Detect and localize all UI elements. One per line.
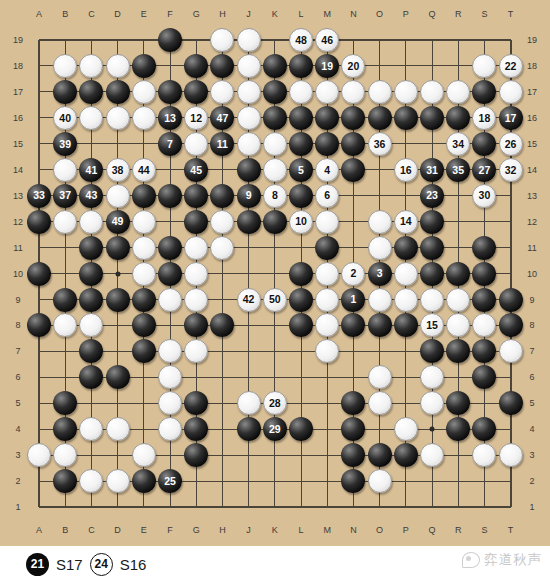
- stone-white-A3: [27, 443, 51, 467]
- stone-black-H8: [210, 313, 234, 337]
- stone-white-R8: [446, 313, 470, 337]
- move-number: 28: [269, 398, 281, 409]
- numbered-stone-white-R15: 34: [446, 132, 470, 156]
- coord-label-bottom-T: T: [508, 525, 514, 535]
- move-number: 16: [400, 165, 412, 176]
- stone-black-J4: [237, 417, 261, 441]
- stone-black-S4: [472, 417, 496, 441]
- stone-black-B4: [53, 417, 77, 441]
- move-number: 42: [243, 294, 255, 305]
- numbered-stone-black-C14: 41: [79, 158, 103, 182]
- stone-black-Q11: [420, 236, 444, 260]
- stone-white-C12: [79, 210, 103, 234]
- logo-text: 弈道秋声: [484, 551, 542, 569]
- stone-black-H13: [210, 184, 234, 208]
- move-number: 36: [374, 139, 386, 150]
- caption-move-24-stone: 24: [90, 553, 113, 576]
- coord-label-bottom-C: C: [88, 525, 95, 535]
- stone-white-E12: [132, 210, 156, 234]
- stone-white-C2: [79, 469, 103, 493]
- stone-white-J5: [237, 391, 261, 415]
- stone-white-M9: [315, 288, 339, 312]
- coord-label-bottom-G: G: [193, 525, 200, 535]
- hoshi-dot: [430, 427, 435, 432]
- numbered-stone-white-S16: 18: [472, 106, 496, 130]
- move-number: 4: [324, 165, 330, 176]
- stone-white-P17: [394, 80, 418, 104]
- stone-white-S8: [472, 313, 496, 337]
- stone-black-E8: [132, 313, 156, 337]
- stone-black-B5: [53, 391, 77, 415]
- stone-white-M12: [315, 210, 339, 234]
- stone-black-C17: [79, 80, 103, 104]
- move-number: 41: [86, 165, 98, 176]
- coord-label-left-2: 2: [15, 476, 20, 486]
- stone-white-H19: [210, 28, 234, 52]
- move-number: 3: [377, 268, 383, 279]
- stone-black-M11: [315, 236, 339, 260]
- stone-black-S10: [472, 262, 496, 286]
- stone-black-R16: [446, 106, 470, 130]
- stone-black-N14: [341, 158, 365, 182]
- stone-white-M10: [315, 262, 339, 286]
- stone-black-Q7: [420, 339, 444, 363]
- grid-line-horizontal: [39, 506, 511, 508]
- move-number: 7: [167, 139, 173, 150]
- coord-label-left-9: 9: [15, 295, 20, 305]
- move-number: 37: [59, 190, 71, 201]
- stone-white-O2: [368, 469, 392, 493]
- coord-label-bottom-D: D: [114, 525, 121, 535]
- stone-white-L17: [289, 80, 313, 104]
- coord-label-bottom-K: K: [272, 525, 278, 535]
- stone-white-G15: [184, 132, 208, 156]
- numbered-stone-white-N18: 20: [341, 54, 365, 78]
- stone-black-E13: [132, 184, 156, 208]
- move-number: 38: [112, 165, 124, 176]
- numbered-stone-white-T18: 22: [499, 54, 523, 78]
- stone-black-N16: [341, 106, 365, 130]
- stone-white-O5: [368, 391, 392, 415]
- stone-white-P10: [394, 262, 418, 286]
- coord-label-top-K: K: [272, 9, 278, 19]
- stone-black-N2: [341, 469, 365, 493]
- coord-label-right-4: 4: [529, 424, 534, 434]
- numbered-stone-white-O15: 36: [368, 132, 392, 156]
- stone-white-D2: [106, 469, 130, 493]
- move-number: 31: [426, 165, 438, 176]
- stone-white-H11: [210, 236, 234, 260]
- numbered-stone-black-B13: 37: [53, 184, 77, 208]
- numbered-stone-black-K4: 29: [263, 417, 287, 441]
- stone-black-J14: [237, 158, 261, 182]
- stone-black-C10: [79, 262, 103, 286]
- coord-label-left-5: 5: [15, 398, 20, 408]
- stone-black-G18: [184, 54, 208, 78]
- stone-black-G8: [184, 313, 208, 337]
- stone-black-E2: [132, 469, 156, 493]
- stone-black-F11: [158, 236, 182, 260]
- publisher-logo: 弈道秋声: [462, 551, 542, 569]
- stone-black-L13: [289, 184, 313, 208]
- stone-black-Q16: [420, 106, 444, 130]
- caption-move-21-stone: 21: [26, 553, 49, 576]
- coord-label-top-H: H: [219, 9, 226, 19]
- coord-label-left-15: 15: [13, 139, 23, 149]
- stone-white-F9: [158, 288, 182, 312]
- move-number: 44: [138, 165, 150, 176]
- stone-black-R5: [446, 391, 470, 415]
- move-number: 26: [505, 139, 517, 150]
- stone-white-H12: [210, 210, 234, 234]
- stone-white-O12: [368, 210, 392, 234]
- numbered-stone-black-J13: 9: [237, 184, 261, 208]
- move-number: 10: [295, 216, 307, 227]
- stone-black-P3: [394, 443, 418, 467]
- coord-label-left-4: 4: [15, 424, 20, 434]
- stone-white-C18: [79, 54, 103, 78]
- stone-white-O17: [368, 80, 392, 104]
- numbered-stone-white-K9: 50: [263, 288, 287, 312]
- move-number: 39: [59, 139, 71, 150]
- coord-label-top-S: S: [481, 9, 487, 19]
- stone-white-F5: [158, 391, 182, 415]
- numbered-stone-white-N10: 2: [341, 262, 365, 286]
- coord-label-bottom-J: J: [246, 525, 251, 535]
- stone-black-E7: [132, 339, 156, 363]
- stone-black-N5: [341, 391, 365, 415]
- stone-black-D17: [106, 80, 130, 104]
- move-number: 35: [452, 165, 464, 176]
- stone-black-A12: [27, 210, 51, 234]
- move-number: 12: [190, 113, 202, 124]
- move-number: 9: [246, 190, 252, 201]
- coord-label-right-6: 6: [529, 372, 534, 382]
- stone-black-R10: [446, 262, 470, 286]
- coord-label-top-M: M: [323, 9, 331, 19]
- coord-label-right-13: 13: [527, 191, 537, 201]
- hoshi-dot: [115, 271, 120, 276]
- coord-label-left-10: 10: [13, 269, 23, 279]
- stone-white-R9: [446, 288, 470, 312]
- stone-black-B2: [53, 469, 77, 493]
- stone-black-B9: [53, 288, 77, 312]
- stone-white-Q17: [420, 80, 444, 104]
- coord-label-top-C: C: [88, 9, 95, 19]
- coord-label-bottom-O: O: [376, 525, 383, 535]
- stone-white-Q5: [420, 391, 444, 415]
- numbered-stone-white-P12: 14: [394, 210, 418, 234]
- stone-white-G11: [184, 236, 208, 260]
- numbered-stone-white-L12: 10: [289, 210, 313, 234]
- move-number: 2: [350, 268, 356, 279]
- move-number: 11: [217, 139, 228, 150]
- coord-label-left-16: 16: [13, 113, 23, 123]
- move-number: 50: [269, 294, 281, 305]
- coord-label-bottom-E: E: [141, 525, 147, 535]
- stone-black-O3: [368, 443, 392, 467]
- stone-white-E17: [132, 80, 156, 104]
- numbered-stone-white-L19: 48: [289, 28, 313, 52]
- numbered-stone-white-T15: 26: [499, 132, 523, 156]
- move-number: 15: [426, 320, 438, 331]
- stone-white-B12: [53, 210, 77, 234]
- stone-white-S18: [472, 54, 496, 78]
- move-number: 29: [269, 424, 281, 435]
- coord-label-bottom-P: P: [403, 525, 409, 535]
- logo-icon: [462, 552, 480, 568]
- numbered-stone-black-F15: 7: [158, 132, 182, 156]
- move-number: 22: [505, 61, 517, 72]
- stone-black-C7: [79, 339, 103, 363]
- stone-black-K17: [263, 80, 287, 104]
- numbered-stone-black-F2: 25: [158, 469, 182, 493]
- stone-black-S9: [472, 288, 496, 312]
- stone-black-P16: [394, 106, 418, 130]
- move-number: 19: [321, 61, 333, 72]
- stone-black-S15: [472, 132, 496, 156]
- stone-black-S11: [472, 236, 496, 260]
- move-number: 48: [295, 35, 307, 46]
- stone-white-F4: [158, 417, 182, 441]
- numbered-stone-black-C13: 43: [79, 184, 103, 208]
- numbered-stone-black-F16: 13: [158, 106, 182, 130]
- coord-label-left-14: 14: [13, 165, 23, 175]
- move-number: 6: [324, 190, 330, 201]
- coord-label-top-J: J: [246, 9, 251, 19]
- stone-black-L4: [289, 417, 313, 441]
- coord-label-top-G: G: [193, 9, 200, 19]
- stone-white-N17: [341, 80, 365, 104]
- stone-black-T8: [499, 313, 523, 337]
- stone-black-F19: [158, 28, 182, 52]
- stone-black-G4: [184, 417, 208, 441]
- stone-black-N3: [341, 443, 365, 467]
- numbered-stone-white-T14: 32: [499, 158, 523, 182]
- coord-label-right-15: 15: [527, 139, 537, 149]
- move-number: 8: [272, 190, 278, 201]
- stone-black-E18: [132, 54, 156, 78]
- stone-white-Q3: [420, 443, 444, 467]
- stone-black-H18: [210, 54, 234, 78]
- numbered-stone-black-G14: 45: [184, 158, 208, 182]
- coord-label-right-8: 8: [529, 320, 534, 330]
- stone-white-J17: [237, 80, 261, 104]
- coord-label-top-N: N: [350, 9, 357, 19]
- coord-label-bottom-M: M: [323, 525, 331, 535]
- numbered-stone-black-Q14: 31: [420, 158, 444, 182]
- coord-label-left-3: 3: [15, 450, 20, 460]
- stone-black-J12: [237, 210, 261, 234]
- numbered-stone-white-E14: 44: [132, 158, 156, 182]
- stone-white-O11: [368, 236, 392, 260]
- stone-white-D13: [106, 184, 130, 208]
- coord-label-top-A: A: [36, 9, 42, 19]
- go-board: AABBCCDDEEFFGGHHJJKKLLMMNNOOPPQQRRSSTT19…: [0, 0, 550, 546]
- stone-white-T3: [499, 443, 523, 467]
- numbered-stone-white-J9: 42: [237, 288, 261, 312]
- numbered-stone-black-D12: 49: [106, 210, 130, 234]
- coord-label-left-13: 13: [13, 191, 23, 201]
- stone-black-G5: [184, 391, 208, 415]
- stone-black-D6: [106, 365, 130, 389]
- numbered-stone-white-D14: 38: [106, 158, 130, 182]
- stone-white-K14: [263, 158, 287, 182]
- caption-move-24-point: S16: [120, 556, 147, 573]
- numbered-stone-black-B15: 39: [53, 132, 77, 156]
- move-number: 45: [190, 165, 202, 176]
- numbered-stone-black-A13: 33: [27, 184, 51, 208]
- stone-white-J15: [237, 132, 261, 156]
- stone-black-N15: [341, 132, 365, 156]
- stone-black-K12: [263, 210, 287, 234]
- stone-white-C4: [79, 417, 103, 441]
- coord-label-right-12: 12: [527, 217, 537, 227]
- stone-black-F13: [158, 184, 182, 208]
- stone-black-T9: [499, 288, 523, 312]
- stone-white-E10: [132, 262, 156, 286]
- move-number: 49: [112, 216, 124, 227]
- stone-white-G7: [184, 339, 208, 363]
- stone-black-N4: [341, 417, 365, 441]
- stone-black-A10: [27, 262, 51, 286]
- numbered-stone-white-S13: 30: [472, 184, 496, 208]
- numbered-stone-black-L14: 5: [289, 158, 313, 182]
- coord-label-right-5: 5: [529, 398, 534, 408]
- coord-label-left-6: 6: [15, 372, 20, 382]
- numbered-stone-black-H16: 47: [210, 106, 234, 130]
- stone-white-C16: [79, 106, 103, 130]
- coord-label-top-D: D: [114, 9, 121, 19]
- stone-white-J16: [237, 106, 261, 130]
- move-number: 5: [298, 165, 304, 176]
- coord-label-left-19: 19: [13, 35, 23, 45]
- coord-label-right-2: 2: [529, 476, 534, 486]
- stone-white-B18: [53, 54, 77, 78]
- stone-white-M17: [315, 80, 339, 104]
- stone-white-G10: [184, 262, 208, 286]
- numbered-stone-white-M13: 6: [315, 184, 339, 208]
- stone-black-L16: [289, 106, 313, 130]
- stone-black-K18: [263, 54, 287, 78]
- move-number: 46: [321, 35, 333, 46]
- stone-black-S7: [472, 339, 496, 363]
- stone-white-Q6: [420, 365, 444, 389]
- coord-label-top-P: P: [403, 9, 409, 19]
- numbered-stone-black-T16: 17: [499, 106, 523, 130]
- numbered-stone-white-P14: 16: [394, 158, 418, 182]
- stone-black-C11: [79, 236, 103, 260]
- stone-black-G12: [184, 210, 208, 234]
- stone-white-F6: [158, 365, 182, 389]
- coord-label-bottom-S: S: [481, 525, 487, 535]
- coord-label-right-9: 9: [529, 295, 534, 305]
- stone-white-G9: [184, 288, 208, 312]
- stone-black-O8: [368, 313, 392, 337]
- numbered-stone-white-B16: 40: [53, 106, 77, 130]
- coord-label-right-14: 14: [527, 165, 537, 175]
- stone-black-L18: [289, 54, 313, 78]
- stone-white-C8: [79, 313, 103, 337]
- numbered-stone-white-M19: 46: [315, 28, 339, 52]
- stone-white-B8: [53, 313, 77, 337]
- stone-black-B17: [53, 80, 77, 104]
- coord-label-top-T: T: [508, 9, 514, 19]
- stone-white-E3: [132, 443, 156, 467]
- coord-label-right-17: 17: [527, 87, 537, 97]
- stone-white-M7: [315, 339, 339, 363]
- move-number: 25: [164, 476, 176, 487]
- stone-black-G13: [184, 184, 208, 208]
- move-number: 32: [505, 165, 517, 176]
- move-number: 18: [479, 113, 491, 124]
- coord-label-top-L: L: [298, 9, 303, 19]
- stone-black-G3: [184, 443, 208, 467]
- stone-white-B3: [53, 443, 77, 467]
- caption: 21 S17 24 S16: [26, 549, 146, 579]
- move-number: 43: [86, 190, 98, 201]
- stone-black-P11: [394, 236, 418, 260]
- coord-label-left-11: 11: [13, 243, 22, 253]
- stone-black-D11: [106, 236, 130, 260]
- move-number: 23: [426, 190, 438, 201]
- numbered-stone-black-N9: 1: [341, 288, 365, 312]
- move-number: 47: [217, 113, 229, 124]
- coord-label-right-1: 1: [529, 502, 534, 512]
- stone-white-B14: [53, 158, 77, 182]
- stone-black-R7: [446, 339, 470, 363]
- move-number: 33: [33, 190, 45, 201]
- stone-white-D18: [106, 54, 130, 78]
- coord-label-bottom-F: F: [167, 525, 173, 535]
- stone-black-A8: [27, 313, 51, 337]
- coord-label-bottom-A: A: [36, 525, 42, 535]
- stone-white-R17: [446, 80, 470, 104]
- stone-black-M16: [315, 106, 339, 130]
- stone-white-S3: [472, 443, 496, 467]
- coord-label-left-17: 17: [13, 87, 23, 97]
- move-number: 30: [479, 190, 491, 201]
- coord-label-right-7: 7: [529, 346, 534, 356]
- coord-label-left-8: 8: [15, 320, 20, 330]
- stone-black-M15: [315, 132, 339, 156]
- stone-black-D9: [106, 288, 130, 312]
- stone-white-P4: [394, 417, 418, 441]
- stone-black-S17: [472, 80, 496, 104]
- numbered-stone-white-Q8: 15: [420, 313, 444, 337]
- stone-white-O9: [368, 288, 392, 312]
- stone-black-C6: [79, 365, 103, 389]
- stone-white-Q9: [420, 288, 444, 312]
- stone-black-L10: [289, 262, 313, 286]
- stone-black-Q12: [420, 210, 444, 234]
- stone-white-E16: [132, 106, 156, 130]
- stone-black-K16: [263, 106, 287, 130]
- stone-black-E9: [132, 288, 156, 312]
- coord-label-left-1: 1: [15, 502, 20, 512]
- stone-white-H17: [210, 80, 234, 104]
- stone-white-F7: [158, 339, 182, 363]
- stone-black-G17: [184, 80, 208, 104]
- coord-label-left-18: 18: [13, 61, 23, 71]
- stone-black-S6: [472, 365, 496, 389]
- stone-black-F10: [158, 262, 182, 286]
- coord-label-bottom-R: R: [455, 525, 462, 535]
- stone-black-Q10: [420, 262, 444, 286]
- numbered-stone-white-K13: 8: [263, 184, 287, 208]
- coord-label-top-R: R: [455, 9, 462, 19]
- coord-label-top-Q: Q: [428, 9, 435, 19]
